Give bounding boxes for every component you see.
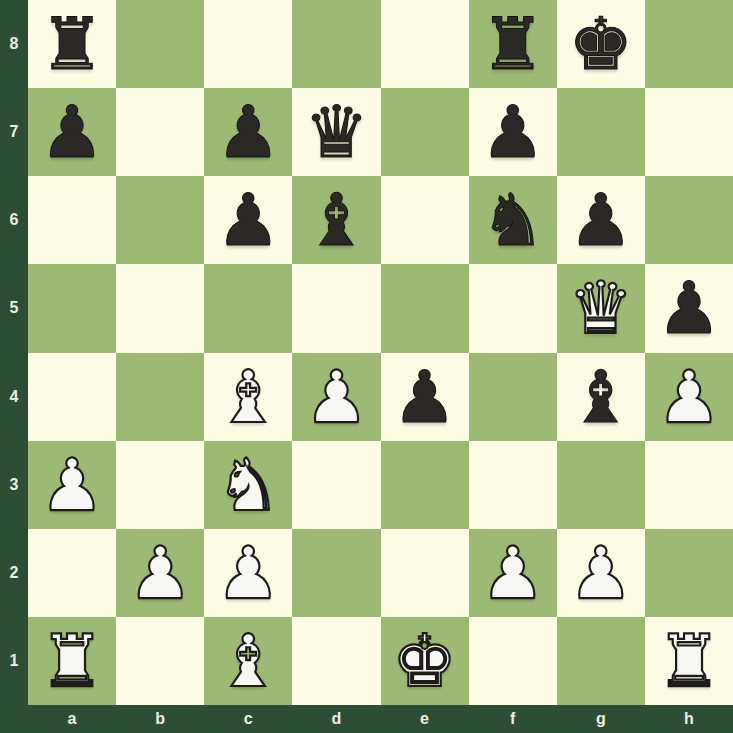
- square-f8[interactable]: ♜: [469, 0, 557, 88]
- square-g6[interactable]: ♟: [557, 176, 645, 264]
- file-label-f: f: [469, 705, 557, 733]
- white-queen[interactable]: ♛: [569, 272, 634, 344]
- square-g7[interactable]: [557, 88, 645, 176]
- square-c8[interactable]: [204, 0, 292, 88]
- square-a7[interactable]: ♟: [28, 88, 116, 176]
- square-b6[interactable]: [116, 176, 204, 264]
- square-e1[interactable]: ♚: [381, 617, 469, 705]
- black-pawn[interactable]: ♟: [392, 361, 457, 433]
- square-b2[interactable]: ♟: [116, 529, 204, 617]
- square-g2[interactable]: ♟: [557, 529, 645, 617]
- square-b3[interactable]: [116, 441, 204, 529]
- square-a6[interactable]: [28, 176, 116, 264]
- square-d1[interactable]: [292, 617, 380, 705]
- square-e8[interactable]: [381, 0, 469, 88]
- square-a3[interactable]: ♟: [28, 441, 116, 529]
- square-f6[interactable]: ♞: [469, 176, 557, 264]
- square-c2[interactable]: ♟: [204, 529, 292, 617]
- rank-label-6: 6: [0, 176, 28, 264]
- rank-label-7: 7: [0, 88, 28, 176]
- file-label-c: c: [204, 705, 292, 733]
- square-a8[interactable]: ♜: [28, 0, 116, 88]
- square-h2[interactable]: [645, 529, 733, 617]
- square-e7[interactable]: [381, 88, 469, 176]
- rank-label-1: 1: [0, 617, 28, 705]
- file-label-a: a: [28, 705, 116, 733]
- square-c1[interactable]: ♝: [204, 617, 292, 705]
- black-king[interactable]: ♚: [569, 8, 634, 80]
- square-a5[interactable]: [28, 264, 116, 352]
- file-label-e: e: [381, 705, 469, 733]
- black-pawn[interactable]: ♟: [216, 184, 281, 256]
- black-rook[interactable]: ♜: [480, 8, 545, 80]
- square-d6[interactable]: ♝: [292, 176, 380, 264]
- black-bishop[interactable]: ♝: [569, 361, 634, 433]
- black-pawn[interactable]: ♟: [657, 272, 722, 344]
- square-b4[interactable]: [116, 353, 204, 441]
- white-bishop[interactable]: ♝: [216, 361, 281, 433]
- square-h1[interactable]: ♜: [645, 617, 733, 705]
- rank-label-8: 8: [0, 0, 28, 88]
- chess-board: 8♜♜♚7♟♟♛♟6♟♝♞♟5♛♟4♝♟♟♝♟3♟♞2♟♟♟♟1♜♝♚♜abcd…: [0, 0, 733, 733]
- square-b7[interactable]: [116, 88, 204, 176]
- white-pawn[interactable]: ♟: [569, 537, 634, 609]
- square-h6[interactable]: [645, 176, 733, 264]
- rank-label-3: 3: [0, 441, 28, 529]
- white-king[interactable]: ♚: [392, 625, 457, 697]
- square-b5[interactable]: [116, 264, 204, 352]
- square-d4[interactable]: ♟: [292, 353, 380, 441]
- square-e5[interactable]: [381, 264, 469, 352]
- file-label-b: b: [116, 705, 204, 733]
- square-f1[interactable]: [469, 617, 557, 705]
- file-label-g: g: [557, 705, 645, 733]
- square-g5[interactable]: ♛: [557, 264, 645, 352]
- white-rook[interactable]: ♜: [40, 625, 105, 697]
- rank-label-4: 4: [0, 353, 28, 441]
- square-c4[interactable]: ♝: [204, 353, 292, 441]
- board-frame-corner: [0, 705, 28, 733]
- square-e3[interactable]: [381, 441, 469, 529]
- white-bishop[interactable]: ♝: [216, 625, 281, 697]
- file-label-h: h: [645, 705, 733, 733]
- square-h5[interactable]: ♟: [645, 264, 733, 352]
- square-e2[interactable]: [381, 529, 469, 617]
- black-pawn[interactable]: ♟: [480, 96, 545, 168]
- white-rook[interactable]: ♜: [657, 625, 722, 697]
- square-e4[interactable]: ♟: [381, 353, 469, 441]
- white-pawn[interactable]: ♟: [216, 537, 281, 609]
- square-h7[interactable]: [645, 88, 733, 176]
- black-rook[interactable]: ♜: [40, 8, 105, 80]
- rank-label-2: 2: [0, 529, 28, 617]
- square-d5[interactable]: [292, 264, 380, 352]
- square-h4[interactable]: ♟: [645, 353, 733, 441]
- square-c6[interactable]: ♟: [204, 176, 292, 264]
- square-c5[interactable]: [204, 264, 292, 352]
- black-pawn[interactable]: ♟: [216, 96, 281, 168]
- black-queen[interactable]: ♛: [304, 96, 369, 168]
- white-pawn[interactable]: ♟: [480, 537, 545, 609]
- white-pawn[interactable]: ♟: [657, 361, 722, 433]
- square-g3[interactable]: [557, 441, 645, 529]
- rank-label-5: 5: [0, 264, 28, 352]
- square-d3[interactable]: [292, 441, 380, 529]
- file-label-d: d: [292, 705, 380, 733]
- square-d7[interactable]: ♛: [292, 88, 380, 176]
- square-a4[interactable]: [28, 353, 116, 441]
- white-knight[interactable]: ♞: [216, 449, 281, 521]
- square-g4[interactable]: ♝: [557, 353, 645, 441]
- square-d2[interactable]: [292, 529, 380, 617]
- square-f5[interactable]: [469, 264, 557, 352]
- square-f2[interactable]: ♟: [469, 529, 557, 617]
- square-e6[interactable]: [381, 176, 469, 264]
- square-f4[interactable]: [469, 353, 557, 441]
- black-pawn[interactable]: ♟: [569, 184, 634, 256]
- square-g1[interactable]: [557, 617, 645, 705]
- square-d8[interactable]: [292, 0, 380, 88]
- square-b1[interactable]: [116, 617, 204, 705]
- square-b8[interactable]: [116, 0, 204, 88]
- black-bishop[interactable]: ♝: [304, 184, 369, 256]
- white-pawn[interactable]: ♟: [128, 537, 193, 609]
- square-h3[interactable]: [645, 441, 733, 529]
- square-f3[interactable]: [469, 441, 557, 529]
- square-a1[interactable]: ♜: [28, 617, 116, 705]
- square-g8[interactable]: ♚: [557, 0, 645, 88]
- black-knight[interactable]: ♞: [480, 184, 545, 256]
- white-pawn[interactable]: ♟: [304, 361, 369, 433]
- square-c7[interactable]: ♟: [204, 88, 292, 176]
- black-pawn[interactable]: ♟: [40, 96, 105, 168]
- square-a2[interactable]: [28, 529, 116, 617]
- white-pawn[interactable]: ♟: [40, 449, 105, 521]
- square-c3[interactable]: ♞: [204, 441, 292, 529]
- square-f7[interactable]: ♟: [469, 88, 557, 176]
- square-h8[interactable]: [645, 0, 733, 88]
